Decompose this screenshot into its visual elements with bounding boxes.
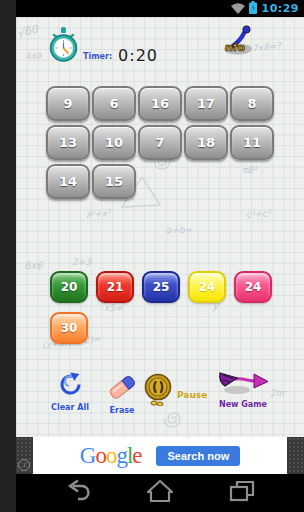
timer-value: 0:20 [118,46,158,65]
target-tile-pink[interactable]: 24 [234,271,272,303]
number-tile[interactable]: 7 [138,125,182,160]
google-logo: Google [80,444,142,467]
clear-all-label: Clear All [51,403,89,412]
clear-all-button[interactable]: Clear All [50,371,90,412]
doodle: 2+3 [72,257,91,267]
number-tile[interactable]: 18 [184,125,228,160]
number-tile[interactable]: 14 [46,164,90,199]
new-game-arrow-icon [217,369,269,399]
target-tile-green[interactable]: 20 [50,271,88,303]
battery-charging-icon [249,0,257,18]
recents-icon [229,479,255,507]
clear-all-icon [57,371,84,402]
doodle: 2πr [270,388,285,398]
number-tile[interactable]: 9 [46,86,90,121]
number-tile[interactable]: 15 [92,164,136,199]
target-tile-red[interactable]: 21 [96,271,134,303]
wifi-icon [231,0,245,18]
number-tile[interactable]: 17 [184,86,228,121]
home-button[interactable] [145,480,175,506]
ad-content[interactable]: Google Search now [33,437,287,474]
back-icon [65,479,91,507]
info-button[interactable]: nfo [218,25,258,61]
target-tile-yellow[interactable]: 24 [188,271,226,303]
eraser-icon [106,373,138,405]
doodle: 4xa [24,50,42,62]
back-button[interactable] [63,480,93,506]
number-tile[interactable]: 10 [92,125,136,160]
spiral-doodle [162,409,182,429]
target-tile-orange[interactable]: 30 [50,312,88,344]
number-tile[interactable]: 6 [92,86,136,121]
doodle: √60 [16,23,39,41]
target-board: 20 21 25 24 24 30 [50,271,272,344]
ad-info-icon[interactable]: i [18,459,30,471]
target-tile-blue[interactable]: 25 [142,271,180,303]
doodle: ∂²+x² [86,208,112,220]
number-tile[interactable]: 8 [230,86,274,121]
timer-group: Timer: 0:20 [48,27,158,67]
ad-banner: Google Search now i [16,437,304,474]
search-now-button[interactable]: Search now [156,446,240,466]
status-bar: 10:29 [16,0,304,17]
pause-button[interactable]: Pause [144,373,207,410]
number-tile[interactable]: 11 [230,125,274,160]
home-icon [146,479,174,507]
number-tile[interactable]: 13 [46,125,90,160]
erase-button[interactable]: Erase [102,373,142,415]
navigation-bar [16,474,304,512]
number-tile[interactable]: 16 [138,86,182,121]
timer-label: Timer: [83,52,112,61]
doodle: c¹+c² [246,208,271,220]
number-board: 9 6 16 17 8 13 10 7 18 11 14 15 [46,86,274,199]
stopwatch-icon [48,27,79,67]
pause-label: Pause [177,390,207,400]
new-game-label: New Game [219,400,267,409]
new-game-button[interactable]: New Game [216,369,270,409]
doodle: a+b= [166,225,192,235]
pause-icon [144,373,174,410]
info-text: nfo [225,41,246,54]
game-area: √60 4xa 7x8=? 6x6 2+3 ∂²+x² a+b= c¹+c² π… [16,17,304,437]
phone-screen: 10:29 √60 4xa 7x8=? 6x6 2+3 ∂²+x² a+b= c… [16,0,304,512]
status-clock: 10:29 [261,2,299,15]
erase-label: Erase [110,406,135,415]
doodle: 6x6 [24,260,43,271]
recents-button[interactable] [227,480,257,506]
